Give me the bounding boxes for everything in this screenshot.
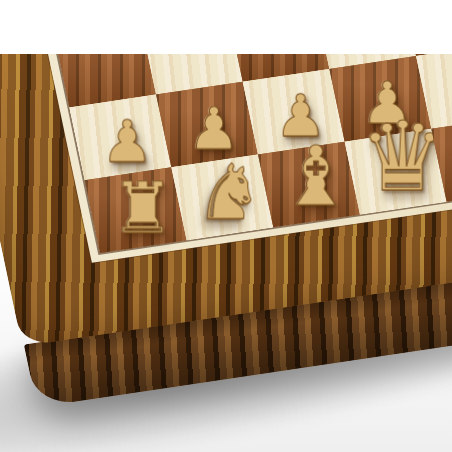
- chess-photo-stage: ♟♟♟♟♟♜♞♝♛: [0, 0, 452, 452]
- piece-white-bishop-c1[interactable]: ♝: [279, 136, 353, 218]
- square-c1[interactable]: ♝: [258, 142, 360, 228]
- background-crop: [0, 0, 452, 54]
- piece-white-pawn-e2[interactable]: ♟: [448, 61, 452, 119]
- piece-white-pawn-a2[interactable]: ♟: [101, 112, 153, 170]
- square-d1[interactable]: ♛: [345, 129, 447, 215]
- piece-white-rook-a1[interactable]: ♜: [111, 173, 174, 243]
- square-a1[interactable]: ♜: [85, 167, 187, 253]
- piece-white-knight-b1[interactable]: ♞: [195, 154, 263, 230]
- piece-white-queen-d1[interactable]: ♛: [360, 109, 446, 205]
- chess-board-box: ♟♟♟♟♟♜♞♝♛: [0, 0, 452, 408]
- square-b1[interactable]: ♞: [171, 155, 273, 241]
